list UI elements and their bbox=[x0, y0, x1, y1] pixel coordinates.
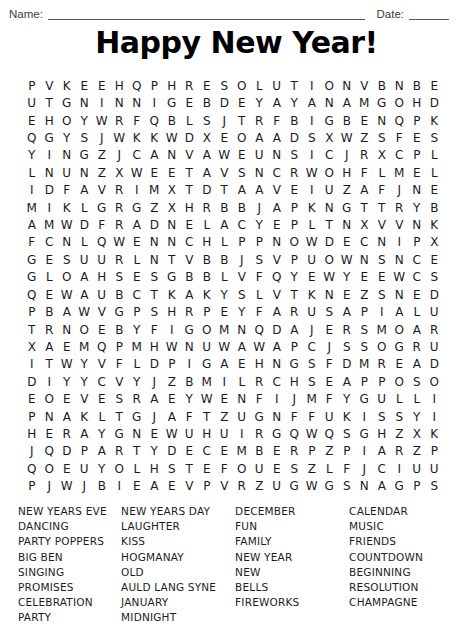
grid-cell: E bbox=[391, 356, 409, 373]
grid-cell: Y bbox=[128, 321, 146, 338]
grid-cell: Q bbox=[321, 425, 339, 442]
grid-cell: E bbox=[128, 234, 146, 251]
grid-cell: X bbox=[198, 129, 216, 146]
grid-cell: N bbox=[356, 478, 374, 495]
grid-cell: A bbox=[268, 199, 286, 216]
grid-cell: P bbox=[23, 77, 41, 94]
grid-cell: U bbox=[198, 338, 216, 355]
word-list: NEW YEARS EVEDANCINGPARTY POPPERSBIG BEN… bbox=[18, 504, 473, 626]
grid-cell: E bbox=[233, 147, 251, 164]
grid-cell: E bbox=[23, 112, 41, 129]
grid-cell: R bbox=[338, 321, 356, 338]
grid-cell: R bbox=[233, 478, 251, 495]
grid-cell: W bbox=[76, 303, 94, 320]
grid-cell: F bbox=[111, 356, 129, 373]
word-list-item: BEGINNING bbox=[349, 565, 473, 580]
grid-cell: R bbox=[286, 164, 304, 181]
grid-cell: E bbox=[58, 460, 76, 477]
grid-cell: N bbox=[391, 286, 409, 303]
grid-cell: M bbox=[356, 356, 374, 373]
grid-cell: I bbox=[391, 234, 409, 251]
grid-cell: W bbox=[93, 112, 111, 129]
word-list-item: HOGMANAY bbox=[121, 550, 235, 565]
grid-cell: O bbox=[391, 321, 409, 338]
grid-cell: S bbox=[426, 478, 444, 495]
grid-cell: Y bbox=[58, 129, 76, 146]
grid-cell: W bbox=[303, 234, 321, 251]
grid-cell: L bbox=[76, 234, 94, 251]
grid-cell: D bbox=[426, 356, 444, 373]
grid-cell: V bbox=[216, 164, 234, 181]
grid-cell: A bbox=[146, 147, 164, 164]
grid-cell: K bbox=[128, 129, 146, 146]
word-list-item: NEW YEARS DAY bbox=[121, 504, 235, 519]
word-list-item: SINGING bbox=[18, 565, 121, 580]
grid-cell: L bbox=[233, 373, 251, 390]
grid-cell: L bbox=[251, 286, 269, 303]
grid-cell: E bbox=[93, 390, 111, 407]
grid-cell: R bbox=[181, 303, 199, 320]
grid-cell: Z bbox=[93, 147, 111, 164]
grid-cell: I bbox=[233, 425, 251, 442]
grid-cell: U bbox=[268, 77, 286, 94]
grid-cell: E bbox=[128, 269, 146, 286]
grid-cell: I bbox=[426, 390, 444, 407]
grid-cell: T bbox=[356, 199, 374, 216]
grid-cell: B bbox=[286, 112, 304, 129]
grid-cell: L bbox=[76, 199, 94, 216]
grid-cell: S bbox=[58, 251, 76, 268]
grid-cell: F bbox=[286, 408, 304, 425]
grid-cell: Y bbox=[216, 286, 234, 303]
grid-cell: I bbox=[93, 94, 111, 111]
grid-cell: Y bbox=[181, 390, 199, 407]
grid-cell: N bbox=[146, 234, 164, 251]
grid-cell: L bbox=[391, 390, 409, 407]
grid-cell: G bbox=[128, 408, 146, 425]
grid-cell: N bbox=[338, 77, 356, 94]
grid-cell: D bbox=[268, 321, 286, 338]
grid-cell: T bbox=[286, 286, 304, 303]
grid-cell: Y bbox=[128, 373, 146, 390]
grid-cell: P bbox=[23, 303, 41, 320]
grid-cell: A bbox=[93, 443, 111, 460]
grid-cell: A bbox=[58, 303, 76, 320]
grid-cell: H bbox=[111, 77, 129, 94]
grid-cell: R bbox=[111, 216, 129, 233]
grid-cell: E bbox=[286, 181, 304, 198]
grid-cell: O bbox=[41, 390, 59, 407]
grid-cell: T bbox=[41, 94, 59, 111]
grid-cell: P bbox=[286, 199, 304, 216]
grid-cell: Z bbox=[146, 199, 164, 216]
grid-cell: R bbox=[408, 338, 426, 355]
grid-cell: P bbox=[76, 443, 94, 460]
grid-cell: B bbox=[408, 77, 426, 94]
grid-cell: I bbox=[41, 373, 59, 390]
grid-cell: G bbox=[321, 478, 339, 495]
grid-cell: S bbox=[76, 129, 94, 146]
grid-cell: A bbox=[216, 216, 234, 233]
grid-cell: U bbox=[268, 478, 286, 495]
grid-cell: O bbox=[233, 77, 251, 94]
word-list-item: PARTY bbox=[18, 610, 121, 625]
grid-cell: R bbox=[111, 251, 129, 268]
grid-cell: B bbox=[198, 269, 216, 286]
grid-cell: G bbox=[163, 269, 181, 286]
grid-cell: U bbox=[93, 286, 111, 303]
grid-cell: K bbox=[58, 77, 76, 94]
grid-cell: E bbox=[268, 460, 286, 477]
grid-cell: F bbox=[58, 181, 76, 198]
grid-cell: J bbox=[356, 460, 374, 477]
grid-cell: A bbox=[76, 181, 94, 198]
grid-cell: Y bbox=[76, 356, 94, 373]
grid-cell: I bbox=[163, 321, 181, 338]
grid-cell: Z bbox=[391, 425, 409, 442]
grid-cell: G bbox=[198, 356, 216, 373]
grid-cell: P bbox=[286, 251, 304, 268]
grid-cell: N bbox=[41, 164, 59, 181]
grid-cell: G bbox=[163, 94, 181, 111]
grid-cell: T bbox=[321, 216, 339, 233]
grid-cell: S bbox=[303, 356, 321, 373]
grid-cell: G bbox=[93, 199, 111, 216]
grid-cell: Y bbox=[338, 269, 356, 286]
grid-cell: O bbox=[58, 269, 76, 286]
grid-cell: M bbox=[146, 181, 164, 198]
grid-cell: Y bbox=[146, 443, 164, 460]
grid-cell: N bbox=[163, 234, 181, 251]
word-list-item: FRIENDS bbox=[349, 534, 473, 549]
grid-cell: W bbox=[216, 338, 234, 355]
grid-cell: A bbox=[268, 303, 286, 320]
grid-cell: A bbox=[268, 94, 286, 111]
grid-cell: Y bbox=[233, 303, 251, 320]
grid-cell: P bbox=[286, 216, 304, 233]
grid-cell: U bbox=[23, 94, 41, 111]
grid-cell: T bbox=[111, 408, 129, 425]
grid-cell: P bbox=[23, 478, 41, 495]
grid-cell: P bbox=[23, 408, 41, 425]
grid-cell: N bbox=[58, 321, 76, 338]
grid-cell: S bbox=[426, 129, 444, 146]
grid-cell: D bbox=[338, 356, 356, 373]
grid-cell: N bbox=[408, 216, 426, 233]
grid-cell: M bbox=[76, 338, 94, 355]
grid-cell: A bbox=[163, 408, 181, 425]
grid-cell: C bbox=[408, 269, 426, 286]
grid-cell: L bbox=[128, 460, 146, 477]
grid-cell: D bbox=[23, 373, 41, 390]
grid-cell: F bbox=[251, 390, 269, 407]
grid-cell: E bbox=[216, 443, 234, 460]
grid-cell: T bbox=[216, 181, 234, 198]
grid-cell: R bbox=[111, 112, 129, 129]
grid-cell: J bbox=[23, 443, 41, 460]
grid-cell: H bbox=[41, 112, 59, 129]
grid-cell: W bbox=[338, 251, 356, 268]
grid-cell: C bbox=[373, 460, 391, 477]
grid-cell: J bbox=[146, 373, 164, 390]
grid-cell: X bbox=[163, 199, 181, 216]
grid-cell: S bbox=[356, 338, 374, 355]
puzzle-title: Happy New Year! bbox=[0, 22, 473, 64]
grid-cell: N bbox=[321, 94, 339, 111]
grid-cell: W bbox=[303, 425, 321, 442]
grid-cell: B bbox=[93, 478, 111, 495]
grid-cell: P bbox=[251, 234, 269, 251]
grid-cell: B bbox=[216, 199, 234, 216]
grid-cell: A bbox=[408, 321, 426, 338]
grid-cell: R bbox=[426, 321, 444, 338]
grid-cell: Z bbox=[356, 286, 374, 303]
grid-cell: T bbox=[181, 164, 199, 181]
grid-cell: U bbox=[93, 251, 111, 268]
grid-cell: A bbox=[286, 321, 304, 338]
grid-cell: V bbox=[233, 269, 251, 286]
grid-cell: V bbox=[181, 147, 199, 164]
grid-cell: V bbox=[391, 216, 409, 233]
grid-cell: W bbox=[251, 338, 269, 355]
grid-cell: Q bbox=[93, 338, 111, 355]
grid-cell: E bbox=[356, 269, 374, 286]
grid-cell: E bbox=[338, 286, 356, 303]
grid-cell: A bbox=[268, 338, 286, 355]
grid-cell: W bbox=[391, 269, 409, 286]
grid-cell: M bbox=[41, 216, 59, 233]
grid-cell: C bbox=[391, 147, 409, 164]
grid-cell: G bbox=[373, 94, 391, 111]
grid-cell: L bbox=[303, 216, 321, 233]
grid-cell: H bbox=[163, 77, 181, 94]
word-list-item: JANUARY bbox=[121, 595, 235, 610]
grid-cell: D bbox=[426, 286, 444, 303]
grid-cell: M bbox=[233, 443, 251, 460]
grid-cell: F bbox=[93, 216, 111, 233]
grid-cell: R bbox=[251, 373, 269, 390]
grid-cell: W bbox=[163, 425, 181, 442]
grid-cell: M bbox=[373, 321, 391, 338]
grid-cell: N bbox=[373, 112, 391, 129]
grid-cell: R bbox=[286, 303, 304, 320]
grid-cell: P bbox=[303, 443, 321, 460]
word-list-item: NEW YEAR bbox=[235, 550, 349, 565]
grid-cell: E bbox=[216, 390, 234, 407]
grid-cell: E bbox=[233, 356, 251, 373]
grid-cell: U bbox=[426, 303, 444, 320]
grid-cell: I bbox=[356, 443, 374, 460]
grid-cell: H bbox=[146, 460, 164, 477]
grid-cell: N bbox=[268, 147, 286, 164]
grid-cell: B bbox=[251, 443, 269, 460]
grid-cell: K bbox=[426, 216, 444, 233]
grid-cell: V bbox=[41, 77, 59, 94]
word-list-item: CHAMPAGNE bbox=[349, 595, 473, 610]
grid-cell: E bbox=[321, 321, 339, 338]
grid-cell: O bbox=[391, 373, 409, 390]
grid-cell: H bbox=[373, 425, 391, 442]
worksheet-header: Name: Date: bbox=[9, 6, 449, 21]
grid-cell: F bbox=[216, 460, 234, 477]
grid-cell: L bbox=[41, 269, 59, 286]
grid-cell: Y bbox=[286, 94, 304, 111]
grid-cell: Y bbox=[93, 425, 111, 442]
grid-cell: P bbox=[408, 147, 426, 164]
word-list-item: BELLS bbox=[235, 580, 349, 595]
grid-cell: W bbox=[58, 216, 76, 233]
grid-cell: O bbox=[58, 112, 76, 129]
grid-cell: U bbox=[216, 425, 234, 442]
grid-cell: A bbox=[408, 356, 426, 373]
grid-cell: K bbox=[426, 425, 444, 442]
grid-cell: F bbox=[268, 112, 286, 129]
grid-cell: F bbox=[356, 164, 374, 181]
grid-cell: Q bbox=[23, 460, 41, 477]
grid-cell: U bbox=[373, 390, 391, 407]
grid-cell: P bbox=[128, 303, 146, 320]
grid-cell: G bbox=[286, 356, 304, 373]
grid-cell: L bbox=[426, 147, 444, 164]
grid-cell: L bbox=[198, 216, 216, 233]
grid-cell: J bbox=[233, 251, 251, 268]
grid-cell: T bbox=[23, 321, 41, 338]
grid-cell: S bbox=[426, 269, 444, 286]
grid-cell: D bbox=[286, 129, 304, 146]
grid-cell: R bbox=[111, 443, 129, 460]
grid-cell: E bbox=[198, 460, 216, 477]
grid-cell: P bbox=[286, 338, 304, 355]
grid-cell: D bbox=[76, 216, 94, 233]
grid-cell: O bbox=[233, 460, 251, 477]
grid-cell: P bbox=[373, 373, 391, 390]
grid-cell: U bbox=[58, 164, 76, 181]
grid-cell: N bbox=[76, 164, 94, 181]
grid-cell: P bbox=[356, 303, 374, 320]
grid-cell: L bbox=[181, 112, 199, 129]
grid-cell: L bbox=[251, 77, 269, 94]
grid-cell: A bbox=[373, 478, 391, 495]
grid-cell: W bbox=[163, 338, 181, 355]
grid-cell: Z bbox=[251, 478, 269, 495]
word-list-column: DECEMBERFUNFAMILYNEW YEARNEWBELLSFIREWOR… bbox=[235, 504, 349, 626]
grid-cell: E bbox=[58, 390, 76, 407]
grid-cell: X bbox=[23, 338, 41, 355]
grid-cell: F bbox=[23, 234, 41, 251]
grid-cell: G bbox=[111, 303, 129, 320]
grid-cell: A bbox=[268, 129, 286, 146]
grid-cell: T bbox=[286, 77, 304, 94]
grid-cell: K bbox=[338, 408, 356, 425]
grid-cell: F bbox=[373, 181, 391, 198]
grid-cell: U bbox=[233, 408, 251, 425]
grid-cell: N bbox=[268, 356, 286, 373]
grid-cell: Y bbox=[251, 94, 269, 111]
grid-cell: G bbox=[251, 408, 269, 425]
grid-cell: E bbox=[268, 216, 286, 233]
grid-cell: L bbox=[408, 390, 426, 407]
grid-cell: U bbox=[303, 251, 321, 268]
grid-cell: I bbox=[111, 478, 129, 495]
grid-cell: N bbox=[356, 251, 374, 268]
word-list-item: FUN bbox=[235, 519, 349, 534]
word-list-item: MIDNIGHT bbox=[121, 610, 235, 625]
grid-cell: G bbox=[111, 425, 129, 442]
grid-cell: N bbox=[338, 216, 356, 233]
grid-cell: V bbox=[93, 356, 111, 373]
grid-cell: B bbox=[338, 112, 356, 129]
grid-cell: U bbox=[321, 408, 339, 425]
grid-cell: J bbox=[391, 181, 409, 198]
grid-cell: Q bbox=[391, 112, 409, 129]
grid-cell: M bbox=[356, 94, 374, 111]
grid-cell: E bbox=[408, 164, 426, 181]
grid-cell: W bbox=[111, 234, 129, 251]
grid-cell: C bbox=[268, 373, 286, 390]
grid-cell: V bbox=[268, 181, 286, 198]
grid-cell: B bbox=[198, 251, 216, 268]
grid-cell: F bbox=[321, 390, 339, 407]
grid-cell: G bbox=[268, 425, 286, 442]
grid-cell: E bbox=[426, 251, 444, 268]
grid-cell: A bbox=[338, 373, 356, 390]
grid-cell: I bbox=[426, 408, 444, 425]
grid-cell: E bbox=[58, 338, 76, 355]
grid-cell: B bbox=[41, 303, 59, 320]
grid-cell: T bbox=[181, 181, 199, 198]
grid-cell: H bbox=[251, 356, 269, 373]
grid-cell: S bbox=[303, 129, 321, 146]
grid-cell: H bbox=[338, 164, 356, 181]
grid-cell: E bbox=[41, 251, 59, 268]
grid-cell: A bbox=[58, 408, 76, 425]
grid-cell: E bbox=[356, 112, 374, 129]
grid-cell: G bbox=[286, 478, 304, 495]
grid-cell: L bbox=[216, 269, 234, 286]
grid-cell: E bbox=[163, 164, 181, 181]
grid-cell: G bbox=[391, 338, 409, 355]
grid-cell: S bbox=[216, 77, 234, 94]
grid-cell: E bbox=[41, 286, 59, 303]
grid-cell: H bbox=[146, 338, 164, 355]
grid-cell: N bbox=[58, 234, 76, 251]
grid-cell: I bbox=[303, 112, 321, 129]
grid-cell: I bbox=[268, 390, 286, 407]
grid-cell: V bbox=[356, 77, 374, 94]
grid-cell: S bbox=[163, 460, 181, 477]
grid-cell: E bbox=[76, 77, 94, 94]
grid-cell: W bbox=[338, 129, 356, 146]
grid-cell: Z bbox=[216, 408, 234, 425]
grid-cell: Z bbox=[321, 443, 339, 460]
grid-cell: A bbox=[373, 443, 391, 460]
grid-cell: E bbox=[163, 478, 181, 495]
word-list-item: CELEBRATION bbox=[18, 595, 121, 610]
grid-cell: D bbox=[41, 181, 59, 198]
grid-cell: X bbox=[426, 234, 444, 251]
word-list-item: FIREWORKS bbox=[235, 595, 349, 610]
grid-cell: E bbox=[216, 303, 234, 320]
grid-cell: P bbox=[408, 112, 426, 129]
word-list-item: NEW YEARS EVE bbox=[18, 504, 121, 519]
grid-cell: S bbox=[373, 286, 391, 303]
grid-cell: E bbox=[128, 478, 146, 495]
grid-cell: S bbox=[338, 478, 356, 495]
grid-cell: A bbox=[251, 129, 269, 146]
grid-cell: R bbox=[251, 425, 269, 442]
grid-cell: R bbox=[373, 356, 391, 373]
grid-cell: N bbox=[251, 164, 269, 181]
